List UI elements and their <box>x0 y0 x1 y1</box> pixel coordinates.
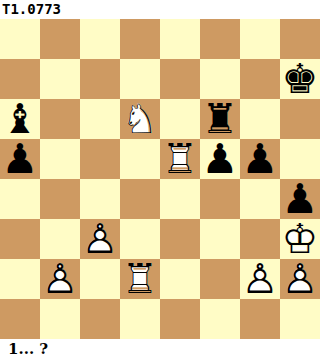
square-g7[interactable] <box>240 59 280 99</box>
square-b2[interactable]: ♟♙ <box>40 259 80 299</box>
square-d8[interactable] <box>120 19 160 59</box>
square-h3[interactable]: ♚♔ <box>280 219 320 259</box>
black-pawn[interactable]: ♟ <box>200 139 240 179</box>
square-h5[interactable] <box>280 139 320 179</box>
square-a3[interactable] <box>0 219 40 259</box>
square-c4[interactable] <box>80 179 120 219</box>
square-d1[interactable] <box>120 299 160 339</box>
square-c1[interactable] <box>80 299 120 339</box>
square-b8[interactable] <box>40 19 80 59</box>
square-h8[interactable] <box>280 19 320 59</box>
move-prompt: 1... ? <box>0 339 320 360</box>
square-f2[interactable] <box>200 259 240 299</box>
piece-glyph: ♝ <box>0 99 40 139</box>
white-pawn[interactable]: ♟♙ <box>80 219 120 259</box>
square-f5[interactable]: ♟ <box>200 139 240 179</box>
square-f7[interactable] <box>200 59 240 99</box>
piece-outline: ♘ <box>120 99 160 139</box>
black-pawn[interactable]: ♟ <box>280 179 320 219</box>
square-g2[interactable]: ♟♙ <box>240 259 280 299</box>
square-a8[interactable] <box>0 19 40 59</box>
piece-outline: ♙ <box>240 259 280 299</box>
square-c2[interactable] <box>80 259 120 299</box>
square-e6[interactable] <box>160 99 200 139</box>
piece-glyph: ♜ <box>200 99 240 139</box>
square-a6[interactable]: ♝ <box>0 99 40 139</box>
black-pawn[interactable]: ♟ <box>240 139 280 179</box>
square-g5[interactable]: ♟ <box>240 139 280 179</box>
black-king[interactable]: ♚ <box>280 59 320 99</box>
square-d2[interactable]: ♜♖ <box>120 259 160 299</box>
piece-glyph: ♚ <box>280 59 320 99</box>
square-h4[interactable]: ♟ <box>280 179 320 219</box>
square-d4[interactable] <box>120 179 160 219</box>
square-h1[interactable] <box>280 299 320 339</box>
square-b6[interactable] <box>40 99 80 139</box>
square-d3[interactable] <box>120 219 160 259</box>
square-e5[interactable]: ♜♖ <box>160 139 200 179</box>
black-bishop[interactable]: ♝ <box>0 99 40 139</box>
square-b4[interactable] <box>40 179 80 219</box>
square-f3[interactable] <box>200 219 240 259</box>
piece-glyph: ♟ <box>0 139 40 179</box>
piece-glyph: ♟ <box>240 139 280 179</box>
white-rook[interactable]: ♜♖ <box>160 139 200 179</box>
white-king[interactable]: ♚♔ <box>280 219 320 259</box>
square-b3[interactable] <box>40 219 80 259</box>
square-d5[interactable] <box>120 139 160 179</box>
chess-puzzle-window: T1.0773 ♚♝♞♘♜♟♜♖♟♟♟♟♙♚♔♟♙♜♖♟♙♟♙ 1... ? <box>0 0 320 360</box>
square-b1[interactable] <box>40 299 80 339</box>
white-knight[interactable]: ♞♘ <box>120 99 160 139</box>
chess-board: ♚♝♞♘♜♟♜♖♟♟♟♟♙♚♔♟♙♜♖♟♙♟♙ <box>0 19 320 339</box>
square-f6[interactable]: ♜ <box>200 99 240 139</box>
black-rook[interactable]: ♜ <box>200 99 240 139</box>
square-a7[interactable] <box>0 59 40 99</box>
square-b7[interactable] <box>40 59 80 99</box>
piece-glyph: ♟ <box>200 139 240 179</box>
puzzle-title: T1.0773 <box>0 0 320 19</box>
square-g1[interactable] <box>240 299 280 339</box>
square-f4[interactable] <box>200 179 240 219</box>
square-e4[interactable] <box>160 179 200 219</box>
piece-glyph: ♟ <box>280 179 320 219</box>
square-h7[interactable]: ♚ <box>280 59 320 99</box>
piece-outline: ♙ <box>80 219 120 259</box>
piece-outline: ♙ <box>40 259 80 299</box>
white-pawn[interactable]: ♟♙ <box>40 259 80 299</box>
square-d7[interactable] <box>120 59 160 99</box>
square-e2[interactable] <box>160 259 200 299</box>
square-c3[interactable]: ♟♙ <box>80 219 120 259</box>
square-a4[interactable] <box>0 179 40 219</box>
square-c6[interactable] <box>80 99 120 139</box>
square-f1[interactable] <box>200 299 240 339</box>
square-a1[interactable] <box>0 299 40 339</box>
piece-outline: ♙ <box>280 259 320 299</box>
square-c5[interactable] <box>80 139 120 179</box>
square-a5[interactable]: ♟ <box>0 139 40 179</box>
square-b5[interactable] <box>40 139 80 179</box>
square-a2[interactable] <box>0 259 40 299</box>
square-e7[interactable] <box>160 59 200 99</box>
square-d6[interactable]: ♞♘ <box>120 99 160 139</box>
white-rook[interactable]: ♜♖ <box>120 259 160 299</box>
piece-outline: ♖ <box>120 259 160 299</box>
square-g8[interactable] <box>240 19 280 59</box>
square-g3[interactable] <box>240 219 280 259</box>
square-c8[interactable] <box>80 19 120 59</box>
piece-outline: ♔ <box>280 219 320 259</box>
square-f8[interactable] <box>200 19 240 59</box>
square-g6[interactable] <box>240 99 280 139</box>
square-e3[interactable] <box>160 219 200 259</box>
square-c7[interactable] <box>80 59 120 99</box>
piece-outline: ♖ <box>160 139 200 179</box>
white-pawn[interactable]: ♟♙ <box>240 259 280 299</box>
square-h6[interactable] <box>280 99 320 139</box>
square-e8[interactable] <box>160 19 200 59</box>
black-pawn[interactable]: ♟ <box>0 139 40 179</box>
square-e1[interactable] <box>160 299 200 339</box>
white-pawn[interactable]: ♟♙ <box>280 259 320 299</box>
square-h2[interactable]: ♟♙ <box>280 259 320 299</box>
square-g4[interactable] <box>240 179 280 219</box>
